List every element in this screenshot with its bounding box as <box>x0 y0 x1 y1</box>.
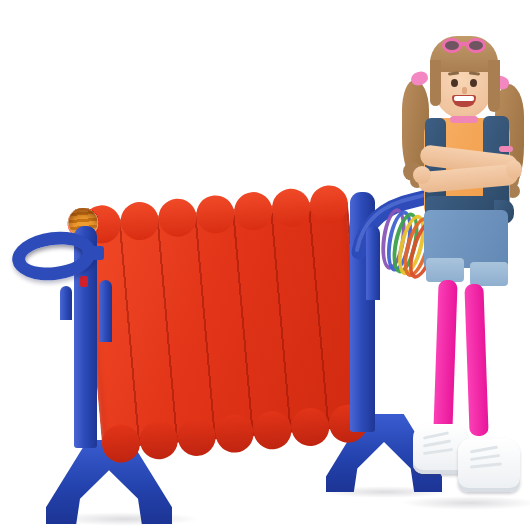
sleeve-trim-right <box>499 146 513 152</box>
shorts-cuff-left <box>426 258 464 282</box>
teeth <box>454 96 474 101</box>
lace <box>423 431 449 439</box>
sunglasses-lens-left <box>442 38 462 53</box>
collar-trim <box>450 116 478 123</box>
hair-side-left <box>430 60 441 106</box>
sneaker-right <box>458 438 520 492</box>
nose <box>462 87 467 94</box>
hand-left <box>413 166 431 184</box>
eye-left <box>451 79 458 87</box>
eye-right <box>470 79 477 87</box>
lace <box>470 462 502 468</box>
lace <box>470 454 500 461</box>
lace <box>423 440 451 448</box>
elbow-right <box>506 160 522 179</box>
lace <box>470 446 498 454</box>
product-photo-canvas <box>0 0 530 530</box>
shorts-cuff-right <box>470 262 508 286</box>
sunglasses-bridge <box>460 42 468 46</box>
pink-tight-right <box>464 284 488 437</box>
sunglasses-lens-right <box>466 38 486 53</box>
pink-tight-left <box>433 280 457 433</box>
child-model <box>0 0 530 530</box>
hair-side-right <box>488 60 500 112</box>
lace <box>423 448 453 455</box>
